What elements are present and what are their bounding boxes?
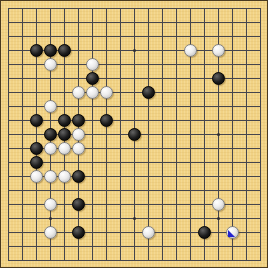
white-stone	[44, 226, 57, 239]
white-stone	[142, 226, 155, 239]
white-stone	[58, 170, 71, 183]
black-stone	[30, 44, 43, 57]
white-stone	[86, 86, 99, 99]
grid-line-horizontal	[8, 260, 261, 261]
white-stone	[44, 198, 57, 211]
white-stone	[226, 226, 239, 239]
white-stone	[100, 86, 113, 99]
grid-line-horizontal	[8, 190, 261, 191]
black-stone	[100, 114, 113, 127]
star-point	[217, 133, 220, 136]
white-stone	[212, 44, 225, 57]
black-stone	[72, 170, 85, 183]
grid-line-vertical	[260, 8, 261, 261]
white-stone	[72, 128, 85, 141]
black-stone	[72, 114, 85, 127]
white-stone	[212, 198, 225, 211]
white-stone	[72, 86, 85, 99]
last-move-marker	[228, 230, 235, 237]
white-stone	[44, 142, 57, 155]
black-stone	[198, 226, 211, 239]
grid-line-vertical	[246, 8, 247, 261]
white-stone	[44, 58, 57, 71]
white-stone	[184, 44, 197, 57]
grid-line-horizontal	[8, 162, 261, 163]
star-point	[49, 217, 52, 220]
grid-line-vertical	[176, 8, 177, 261]
white-stone	[44, 170, 57, 183]
go-board[interactable]	[0, 0, 268, 268]
star-point	[133, 49, 136, 52]
black-stone	[44, 44, 57, 57]
black-stone	[72, 198, 85, 211]
black-stone	[44, 128, 57, 141]
white-stone	[58, 142, 71, 155]
star-point	[217, 217, 220, 220]
black-stone	[58, 44, 71, 57]
white-stone	[86, 58, 99, 71]
grid-line-vertical	[232, 8, 233, 261]
black-stone	[58, 114, 71, 127]
grid-line-vertical	[148, 8, 149, 261]
star-point	[133, 217, 136, 220]
white-stone	[44, 100, 57, 113]
black-stone	[128, 128, 141, 141]
black-stone	[212, 72, 225, 85]
grid-line-vertical	[162, 8, 163, 261]
grid-line-vertical	[204, 8, 205, 261]
black-stone	[72, 226, 85, 239]
black-stone	[142, 86, 155, 99]
white-stone	[72, 142, 85, 155]
black-stone	[58, 128, 71, 141]
white-stone	[30, 170, 43, 183]
grid-line-horizontal	[8, 246, 261, 247]
black-stone	[30, 156, 43, 169]
black-stone	[86, 72, 99, 85]
black-stone	[30, 114, 43, 127]
black-stone	[30, 142, 43, 155]
